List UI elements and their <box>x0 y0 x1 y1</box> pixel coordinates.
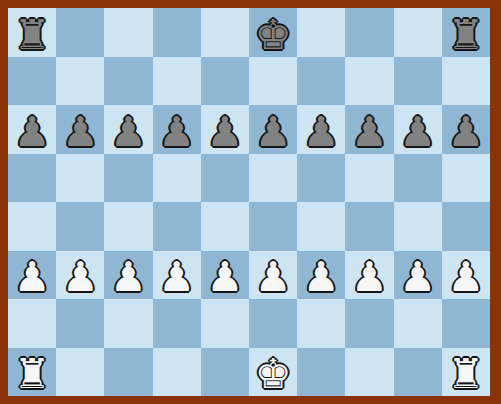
square-j3[interactable]: ♟ <box>442 251 490 300</box>
black-rook[interactable]: ♜ <box>14 15 51 57</box>
square-d4[interactable] <box>153 202 201 251</box>
black-pawn[interactable]: ♟ <box>255 112 292 154</box>
square-e6[interactable]: ♟ <box>201 105 249 154</box>
black-pawn[interactable]: ♟ <box>399 112 436 154</box>
chess-board: ♜♚♜♟♟♟♟♟♟♟♟♟♟♟♟♟♟♟♟♟♟♟♟♜♚♜ <box>8 8 490 396</box>
square-h4[interactable] <box>345 202 393 251</box>
square-f4[interactable] <box>249 202 297 251</box>
square-a2[interactable] <box>8 299 56 348</box>
white-pawn[interactable]: ♟ <box>303 257 340 299</box>
white-pawn[interactable]: ♟ <box>110 257 147 299</box>
square-b3[interactable]: ♟ <box>56 251 104 300</box>
square-j7[interactable] <box>442 57 490 106</box>
square-c1[interactable] <box>104 348 152 397</box>
black-pawn[interactable]: ♟ <box>62 112 99 154</box>
square-j2[interactable] <box>442 299 490 348</box>
square-g5[interactable] <box>297 154 345 203</box>
square-i3[interactable]: ♟ <box>394 251 442 300</box>
square-a7[interactable] <box>8 57 56 106</box>
square-d3[interactable]: ♟ <box>153 251 201 300</box>
white-pawn[interactable]: ♟ <box>206 257 243 299</box>
square-h1[interactable] <box>345 348 393 397</box>
square-c2[interactable] <box>104 299 152 348</box>
square-g7[interactable] <box>297 57 345 106</box>
square-b8[interactable] <box>56 8 104 57</box>
square-e1[interactable] <box>201 348 249 397</box>
white-pawn[interactable]: ♟ <box>158 257 195 299</box>
square-a5[interactable] <box>8 154 56 203</box>
square-b2[interactable] <box>56 299 104 348</box>
square-i5[interactable] <box>394 154 442 203</box>
square-h7[interactable] <box>345 57 393 106</box>
square-j8[interactable]: ♜ <box>442 8 490 57</box>
square-i6[interactable]: ♟ <box>394 105 442 154</box>
white-pawn[interactable]: ♟ <box>399 257 436 299</box>
square-g8[interactable] <box>297 8 345 57</box>
board-frame: ♜♚♜♟♟♟♟♟♟♟♟♟♟♟♟♟♟♟♟♟♟♟♟♜♚♜ <box>0 0 501 404</box>
square-i4[interactable] <box>394 202 442 251</box>
square-c3[interactable]: ♟ <box>104 251 152 300</box>
black-rook[interactable]: ♜ <box>447 15 484 57</box>
white-pawn[interactable]: ♟ <box>255 257 292 299</box>
square-d8[interactable] <box>153 8 201 57</box>
white-pawn[interactable]: ♟ <box>351 257 388 299</box>
square-c7[interactable] <box>104 57 152 106</box>
square-e2[interactable] <box>201 299 249 348</box>
square-e7[interactable] <box>201 57 249 106</box>
square-a4[interactable] <box>8 202 56 251</box>
square-a6[interactable]: ♟ <box>8 105 56 154</box>
white-pawn[interactable]: ♟ <box>447 257 484 299</box>
square-a8[interactable]: ♜ <box>8 8 56 57</box>
black-pawn[interactable]: ♟ <box>447 112 484 154</box>
square-f6[interactable]: ♟ <box>249 105 297 154</box>
square-e5[interactable] <box>201 154 249 203</box>
square-h8[interactable] <box>345 8 393 57</box>
square-i1[interactable] <box>394 348 442 397</box>
square-g4[interactable] <box>297 202 345 251</box>
square-h5[interactable] <box>345 154 393 203</box>
square-g6[interactable]: ♟ <box>297 105 345 154</box>
black-pawn[interactable]: ♟ <box>14 112 51 154</box>
black-pawn[interactable]: ♟ <box>351 112 388 154</box>
square-e4[interactable] <box>201 202 249 251</box>
square-e8[interactable] <box>201 8 249 57</box>
square-j6[interactable]: ♟ <box>442 105 490 154</box>
white-pawn[interactable]: ♟ <box>14 257 51 299</box>
square-b7[interactable] <box>56 57 104 106</box>
square-f5[interactable] <box>249 154 297 203</box>
square-g2[interactable] <box>297 299 345 348</box>
square-d6[interactable]: ♟ <box>153 105 201 154</box>
black-pawn[interactable]: ♟ <box>303 112 340 154</box>
square-b1[interactable] <box>56 348 104 397</box>
square-g1[interactable] <box>297 348 345 397</box>
square-c6[interactable]: ♟ <box>104 105 152 154</box>
square-c8[interactable] <box>104 8 152 57</box>
white-king[interactable]: ♚ <box>255 354 292 396</box>
square-f3[interactable]: ♟ <box>249 251 297 300</box>
square-a1[interactable]: ♜ <box>8 348 56 397</box>
square-d7[interactable] <box>153 57 201 106</box>
square-h3[interactable]: ♟ <box>345 251 393 300</box>
square-j5[interactable] <box>442 154 490 203</box>
square-d5[interactable] <box>153 154 201 203</box>
square-g3[interactable]: ♟ <box>297 251 345 300</box>
square-j4[interactable] <box>442 202 490 251</box>
black-pawn[interactable]: ♟ <box>110 112 147 154</box>
square-h2[interactable] <box>345 299 393 348</box>
square-c5[interactable] <box>104 154 152 203</box>
square-i8[interactable] <box>394 8 442 57</box>
square-f2[interactable] <box>249 299 297 348</box>
square-f7[interactable] <box>249 57 297 106</box>
black-pawn[interactable]: ♟ <box>206 112 243 154</box>
square-d1[interactable] <box>153 348 201 397</box>
white-rook[interactable]: ♜ <box>14 354 51 396</box>
white-rook[interactable]: ♜ <box>447 354 484 396</box>
square-h6[interactable]: ♟ <box>345 105 393 154</box>
square-b4[interactable] <box>56 202 104 251</box>
square-b6[interactable]: ♟ <box>56 105 104 154</box>
square-a3[interactable]: ♟ <box>8 251 56 300</box>
square-d2[interactable] <box>153 299 201 348</box>
black-king[interactable]: ♚ <box>255 15 292 57</box>
square-f8[interactable]: ♚ <box>249 8 297 57</box>
square-i7[interactable] <box>394 57 442 106</box>
square-j1[interactable]: ♜ <box>442 348 490 397</box>
square-e3[interactable]: ♟ <box>201 251 249 300</box>
square-c4[interactable] <box>104 202 152 251</box>
square-b5[interactable] <box>56 154 104 203</box>
white-pawn[interactable]: ♟ <box>62 257 99 299</box>
square-i2[interactable] <box>394 299 442 348</box>
square-f1[interactable]: ♚ <box>249 348 297 397</box>
black-pawn[interactable]: ♟ <box>158 112 195 154</box>
